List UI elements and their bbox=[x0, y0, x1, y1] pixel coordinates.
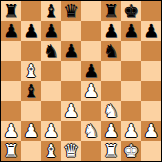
piece-white-knight: ♞ bbox=[83, 121, 99, 141]
square-f3[interactable]: ♞ bbox=[101, 101, 121, 121]
square-h3[interactable] bbox=[141, 101, 161, 121]
piece-black-pawn: ♟ bbox=[23, 21, 39, 41]
piece-black-bishop: ♝ bbox=[43, 1, 59, 21]
piece-white-pawn: ♟ bbox=[23, 121, 39, 141]
square-h2[interactable]: ♟ bbox=[141, 121, 161, 141]
square-e2[interactable]: ♞ bbox=[81, 121, 101, 141]
square-d7[interactable] bbox=[61, 21, 81, 41]
piece-white-bishop: ♝ bbox=[43, 141, 59, 161]
square-g7[interactable]: ♟ bbox=[121, 21, 141, 41]
square-h7[interactable]: ♟ bbox=[141, 21, 161, 41]
piece-white-rook: ♜ bbox=[103, 141, 119, 161]
piece-black-pawn: ♟ bbox=[143, 21, 159, 41]
square-f5[interactable] bbox=[101, 61, 121, 81]
square-h8[interactable] bbox=[141, 1, 161, 21]
square-d3[interactable]: ♟ bbox=[61, 101, 81, 121]
square-h4[interactable] bbox=[141, 81, 161, 101]
square-c1[interactable]: ♝ bbox=[41, 141, 61, 161]
square-a3[interactable] bbox=[1, 101, 21, 121]
piece-white-pawn: ♟ bbox=[63, 101, 79, 121]
square-b8[interactable] bbox=[21, 1, 41, 21]
piece-white-rook: ♜ bbox=[3, 141, 19, 161]
piece-black-knight: ♞ bbox=[103, 41, 119, 61]
square-a1[interactable]: ♜ bbox=[1, 141, 21, 161]
square-e6[interactable] bbox=[81, 41, 101, 61]
square-b2[interactable]: ♟ bbox=[21, 121, 41, 141]
piece-black-pawn: ♟ bbox=[43, 21, 59, 41]
square-e3[interactable] bbox=[81, 101, 101, 121]
square-h6[interactable] bbox=[141, 41, 161, 61]
square-d2[interactable] bbox=[61, 121, 81, 141]
square-c6[interactable]: ♞ bbox=[41, 41, 61, 61]
square-d6[interactable]: ♟ bbox=[61, 41, 81, 61]
piece-black-pawn: ♟ bbox=[123, 21, 139, 41]
square-a7[interactable]: ♟ bbox=[1, 21, 21, 41]
square-a6[interactable] bbox=[1, 41, 21, 61]
square-a5[interactable] bbox=[1, 61, 21, 81]
square-b1[interactable] bbox=[21, 141, 41, 161]
square-f2[interactable]: ♟ bbox=[101, 121, 121, 141]
square-d4[interactable] bbox=[61, 81, 81, 101]
piece-white-queen: ♛ bbox=[63, 141, 79, 161]
piece-white-pawn: ♟ bbox=[103, 121, 119, 141]
piece-white-pawn: ♟ bbox=[43, 121, 59, 141]
piece-white-pawn: ♟ bbox=[3, 121, 19, 141]
square-h5[interactable] bbox=[141, 61, 161, 81]
piece-white-bishop: ♝ bbox=[23, 61, 39, 81]
square-e8[interactable] bbox=[81, 1, 101, 21]
piece-white-king: ♚ bbox=[123, 141, 139, 161]
piece-black-queen: ♛ bbox=[63, 1, 79, 21]
square-e5[interactable]: ♟ bbox=[81, 61, 101, 81]
square-b7[interactable]: ♟ bbox=[21, 21, 41, 41]
piece-black-rook: ♜ bbox=[3, 1, 19, 21]
square-e7[interactable] bbox=[81, 21, 101, 41]
square-b5[interactable]: ♝ bbox=[21, 61, 41, 81]
square-c8[interactable]: ♝ bbox=[41, 1, 61, 21]
piece-black-rook: ♜ bbox=[103, 1, 119, 21]
square-c5[interactable] bbox=[41, 61, 61, 81]
piece-white-pawn: ♟ bbox=[83, 81, 99, 101]
square-g5[interactable] bbox=[121, 61, 141, 81]
square-f8[interactable]: ♜ bbox=[101, 1, 121, 21]
piece-black-pawn: ♟ bbox=[83, 61, 99, 81]
square-f1[interactable]: ♜ bbox=[101, 141, 121, 161]
square-c2[interactable]: ♟ bbox=[41, 121, 61, 141]
square-a4[interactable] bbox=[1, 81, 21, 101]
square-f7[interactable]: ♟ bbox=[101, 21, 121, 41]
square-d5[interactable] bbox=[61, 61, 81, 81]
square-e1[interactable] bbox=[81, 141, 101, 161]
piece-black-knight: ♞ bbox=[43, 41, 59, 61]
square-a2[interactable]: ♟ bbox=[1, 121, 21, 141]
piece-black-pawn: ♟ bbox=[103, 21, 119, 41]
chess-board: ♜♝♛♜♚♟♟♟♟♟♟♞♟♞♝♟♝♟♟♞♟♟♟♞♟♟♟♜♝♛♜♚ bbox=[0, 0, 162, 162]
square-g1[interactable]: ♚ bbox=[121, 141, 141, 161]
piece-white-pawn: ♟ bbox=[143, 121, 159, 141]
square-h1[interactable] bbox=[141, 141, 161, 161]
square-d1[interactable]: ♛ bbox=[61, 141, 81, 161]
square-g2[interactable]: ♟ bbox=[121, 121, 141, 141]
square-g8[interactable]: ♚ bbox=[121, 1, 141, 21]
square-f6[interactable]: ♞ bbox=[101, 41, 121, 61]
square-g6[interactable] bbox=[121, 41, 141, 61]
piece-black-king: ♚ bbox=[123, 1, 139, 21]
piece-black-pawn: ♟ bbox=[3, 21, 19, 41]
square-b6[interactable] bbox=[21, 41, 41, 61]
piece-black-bishop: ♝ bbox=[23, 81, 39, 101]
square-c4[interactable] bbox=[41, 81, 61, 101]
square-c7[interactable]: ♟ bbox=[41, 21, 61, 41]
square-b3[interactable] bbox=[21, 101, 41, 121]
square-e4[interactable]: ♟ bbox=[81, 81, 101, 101]
square-g3[interactable] bbox=[121, 101, 141, 121]
square-d8[interactable]: ♛ bbox=[61, 1, 81, 21]
piece-black-pawn: ♟ bbox=[63, 41, 79, 61]
piece-white-pawn: ♟ bbox=[123, 121, 139, 141]
square-a8[interactable]: ♜ bbox=[1, 1, 21, 21]
square-b4[interactable]: ♝ bbox=[21, 81, 41, 101]
square-g4[interactable] bbox=[121, 81, 141, 101]
square-f4[interactable] bbox=[101, 81, 121, 101]
square-c3[interactable] bbox=[41, 101, 61, 121]
piece-white-knight: ♞ bbox=[103, 101, 119, 121]
